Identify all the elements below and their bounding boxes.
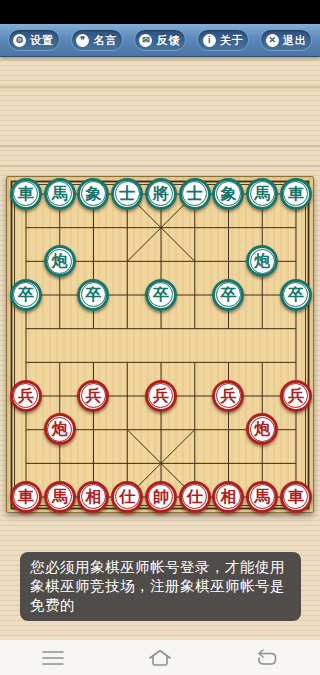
- board-point[interactable]: 車: [9, 480, 43, 514]
- app-screen: ⚙ 设置 ❞ 名言 ✉ 反馈 i 关于 ✕ 退出: [0, 0, 320, 675]
- piece-red-elephant[interactable]: 相: [212, 481, 244, 513]
- piece-black-chariot[interactable]: 車: [280, 178, 312, 210]
- piece-red-soldier[interactable]: 兵: [10, 380, 42, 412]
- board-point[interactable]: 卒: [9, 278, 43, 312]
- piece-red-general[interactable]: 帥: [145, 481, 177, 513]
- speech-bubble-icon: ❞: [76, 34, 89, 47]
- settings-label: 设置: [30, 33, 54, 48]
- board-point[interactable]: 象: [77, 177, 111, 211]
- board-point[interactable]: 馬: [43, 177, 77, 211]
- piece-black-chariot[interactable]: 車: [10, 178, 42, 210]
- board-point[interactable]: 相: [77, 480, 111, 514]
- piece-black-horse[interactable]: 馬: [246, 178, 278, 210]
- piece-red-elephant[interactable]: 相: [77, 481, 109, 513]
- board-point[interactable]: 車: [9, 177, 43, 211]
- piece-red-soldier[interactable]: 兵: [280, 380, 312, 412]
- back-icon: [255, 648, 279, 667]
- quotes-button[interactable]: ❞ 名言: [71, 29, 123, 51]
- piece-black-cannon[interactable]: 炮: [246, 245, 278, 277]
- board-point[interactable]: 相: [212, 480, 246, 514]
- piece-black-cannon[interactable]: 炮: [44, 245, 76, 277]
- board-intersections: 車馬象士將士象馬車炮炮卒卒卒卒卒兵兵兵兵兵炮炮車馬相仕帥仕相馬車: [9, 177, 313, 514]
- piece-red-cannon[interactable]: 炮: [44, 413, 76, 445]
- board-point[interactable]: 象: [212, 177, 246, 211]
- board-point[interactable]: 炮: [245, 244, 279, 278]
- board-point[interactable]: 帥: [144, 480, 178, 514]
- board-point[interactable]: 卒: [279, 278, 313, 312]
- piece-black-elephant[interactable]: 象: [212, 178, 244, 210]
- board-point[interactable]: 卒: [144, 278, 178, 312]
- board-point[interactable]: 炮: [43, 413, 77, 447]
- exit-label: 退出: [283, 33, 307, 48]
- piece-black-horse[interactable]: 馬: [44, 178, 76, 210]
- menu-icon: [41, 649, 65, 667]
- home-icon: [147, 648, 173, 668]
- piece-red-horse[interactable]: 馬: [246, 481, 278, 513]
- about-button[interactable]: i 关于: [197, 29, 249, 51]
- piece-black-general[interactable]: 將: [145, 178, 177, 210]
- menu-button[interactable]: [1, 649, 107, 667]
- xiangqi-board[interactable]: 車馬象士將士象馬車炮炮卒卒卒卒卒兵兵兵兵兵炮炮車馬相仕帥仕相馬車: [6, 176, 314, 513]
- piece-black-soldier[interactable]: 卒: [77, 279, 109, 311]
- settings-button[interactable]: ⚙ 设置: [8, 29, 60, 51]
- board-point[interactable]: 馬: [245, 480, 279, 514]
- android-navbar: [0, 639, 320, 675]
- board-point[interactable]: 士: [110, 177, 144, 211]
- piece-red-cannon[interactable]: 炮: [246, 413, 278, 445]
- board-point[interactable]: 馬: [43, 480, 77, 514]
- status-bar: [0, 0, 320, 24]
- board-point[interactable]: 兵: [9, 379, 43, 413]
- piece-red-advisor[interactable]: 仕: [179, 481, 211, 513]
- piece-red-horse[interactable]: 馬: [44, 481, 76, 513]
- piece-red-soldier[interactable]: 兵: [145, 380, 177, 412]
- piece-black-advisor[interactable]: 士: [111, 178, 143, 210]
- toolbar: ⚙ 设置 ❞ 名言 ✉ 反馈 i 关于 ✕ 退出: [0, 24, 320, 57]
- feedback-label: 反馈: [156, 33, 180, 48]
- board-point[interactable]: 炮: [245, 413, 279, 447]
- quotes-label: 名言: [93, 33, 117, 48]
- envelope-icon: ✉: [139, 34, 152, 47]
- piece-black-elephant[interactable]: 象: [77, 178, 109, 210]
- exit-button[interactable]: ✕ 退出: [260, 29, 312, 51]
- info-icon: i: [203, 34, 216, 47]
- board-point[interactable]: 仕: [178, 480, 212, 514]
- board-point[interactable]: 炮: [43, 244, 77, 278]
- board-point[interactable]: 卒: [212, 278, 246, 312]
- board-point[interactable]: 士: [178, 177, 212, 211]
- piece-red-chariot[interactable]: 車: [280, 481, 312, 513]
- gear-icon: ⚙: [13, 34, 26, 47]
- board-point[interactable]: 馬: [245, 177, 279, 211]
- piece-red-chariot[interactable]: 車: [10, 481, 42, 513]
- board-point[interactable]: 將: [144, 177, 178, 211]
- board-point[interactable]: 車: [279, 480, 313, 514]
- piece-black-advisor[interactable]: 士: [179, 178, 211, 210]
- piece-black-soldier[interactable]: 卒: [280, 279, 312, 311]
- board-point[interactable]: 兵: [279, 379, 313, 413]
- piece-black-soldier[interactable]: 卒: [145, 279, 177, 311]
- board-point[interactable]: 車: [279, 177, 313, 211]
- feedback-button[interactable]: ✉ 反馈: [134, 29, 186, 51]
- login-toast: 您必须用象棋巫师帐号登录，才能使用象棋巫师竞技场，注册象棋巫师帐号是免费的: [20, 552, 301, 621]
- close-icon: ✕: [266, 34, 279, 47]
- piece-red-soldier[interactable]: 兵: [77, 380, 109, 412]
- piece-black-soldier[interactable]: 卒: [212, 279, 244, 311]
- piece-black-soldier[interactable]: 卒: [10, 279, 42, 311]
- board-point[interactable]: 卒: [77, 278, 111, 312]
- board-point[interactable]: 兵: [144, 379, 178, 413]
- home-button[interactable]: [107, 648, 213, 668]
- board-point[interactable]: 仕: [110, 480, 144, 514]
- piece-red-advisor[interactable]: 仕: [111, 481, 143, 513]
- board-point[interactable]: 兵: [212, 379, 246, 413]
- piece-red-soldier[interactable]: 兵: [212, 380, 244, 412]
- about-label: 关于: [220, 33, 244, 48]
- back-button[interactable]: [214, 648, 320, 667]
- board-point[interactable]: 兵: [77, 379, 111, 413]
